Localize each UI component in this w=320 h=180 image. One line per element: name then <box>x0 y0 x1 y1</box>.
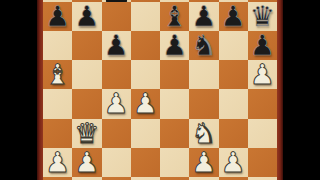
square-h6: ♟ <box>248 31 277 60</box>
black-pawn-e6: ♟ <box>160 31 189 60</box>
square-f3: ♞ <box>189 119 218 148</box>
square-a3 <box>43 119 72 148</box>
square-e7: ♝ <box>160 2 189 31</box>
black-pawn-h6: ♟ <box>248 31 277 60</box>
square-b3: ♛ <box>72 119 101 148</box>
white-pawn-c4: ♟ <box>102 89 131 118</box>
square-c7 <box>102 2 131 31</box>
square-g7: ♟ <box>219 2 248 31</box>
square-f2: ♟ <box>189 148 218 177</box>
square-g2: ♟ <box>219 148 248 177</box>
square-a4 <box>43 89 72 118</box>
square-d2 <box>131 148 160 177</box>
square-b2: ♟ <box>72 148 101 177</box>
white-knight-f3: ♞ <box>189 119 218 148</box>
white-pawn-f2: ♟ <box>189 148 218 177</box>
square-h3 <box>248 119 277 148</box>
square-c5 <box>102 60 131 89</box>
black-pawn-f7: ♟ <box>189 2 218 31</box>
white-pawn-d4: ♟ <box>131 89 160 118</box>
square-e5 <box>160 60 189 89</box>
square-d5 <box>131 60 160 89</box>
square-a6 <box>43 31 72 60</box>
square-f4 <box>189 89 218 118</box>
square-c1 <box>102 177 131 180</box>
black-queen-h7: ♛ <box>248 2 277 31</box>
square-d4: ♟ <box>131 89 160 118</box>
square-b1 <box>72 177 101 180</box>
white-pawn-h5: ♟ <box>248 60 277 89</box>
square-e1 <box>160 177 189 180</box>
square-a1 <box>43 177 72 180</box>
square-f7: ♟ <box>189 2 218 31</box>
square-f5 <box>189 60 218 89</box>
square-h5: ♟ <box>248 60 277 89</box>
white-queen-b3: ♛ <box>72 119 101 148</box>
square-f6: ♞ <box>189 31 218 60</box>
square-c2 <box>102 148 131 177</box>
black-bishop-e7: ♝ <box>160 2 189 31</box>
square-c6: ♟ <box>102 31 131 60</box>
black-knight-f6: ♞ <box>189 31 218 60</box>
square-g3 <box>219 119 248 148</box>
square-f1 <box>189 177 218 180</box>
white-bishop-a5: ♝ <box>43 60 72 89</box>
square-h4 <box>248 89 277 118</box>
square-d6 <box>131 31 160 60</box>
square-g5 <box>219 60 248 89</box>
board-viewport: ♟♟♝♟♟♛♟♟♞♟♝♟♟♟♛♞♟♟♟♟ <box>43 0 277 180</box>
square-b7: ♟ <box>72 2 101 31</box>
chess-board: ♟♟♝♟♟♛♟♟♞♟♝♟♟♟♛♞♟♟♟♟ <box>43 0 277 180</box>
square-b6 <box>72 31 101 60</box>
square-c4: ♟ <box>102 89 131 118</box>
square-c3 <box>102 119 131 148</box>
black-pawn-c6: ♟ <box>102 31 131 60</box>
white-pawn-a2: ♟ <box>43 148 72 177</box>
square-a2: ♟ <box>43 148 72 177</box>
chess-board-frame: ♟♟♝♟♟♛♟♟♞♟♝♟♟♟♛♞♟♟♟♟ <box>37 0 283 180</box>
square-h7: ♛ <box>248 2 277 31</box>
square-e4 <box>160 89 189 118</box>
square-e6: ♟ <box>160 31 189 60</box>
black-pawn-g7: ♟ <box>219 2 248 31</box>
square-a7: ♟ <box>43 2 72 31</box>
square-e3 <box>160 119 189 148</box>
black-pawn-b7: ♟ <box>72 2 101 31</box>
square-d3 <box>131 119 160 148</box>
video-frame: ♟♟♝♟♟♛♟♟♞♟♝♟♟♟♛♞♟♟♟♟ <box>0 0 320 180</box>
square-d1 <box>131 177 160 180</box>
square-g6 <box>219 31 248 60</box>
square-e2 <box>160 148 189 177</box>
square-h1 <box>248 177 277 180</box>
square-g4 <box>219 89 248 118</box>
square-a5: ♝ <box>43 60 72 89</box>
square-h2 <box>248 148 277 177</box>
square-b5 <box>72 60 101 89</box>
black-pawn-a7: ♟ <box>43 2 72 31</box>
square-b4 <box>72 89 101 118</box>
white-pawn-b2: ♟ <box>72 148 101 177</box>
white-pawn-g2: ♟ <box>219 148 248 177</box>
square-g1 <box>219 177 248 180</box>
square-d7 <box>131 2 160 31</box>
